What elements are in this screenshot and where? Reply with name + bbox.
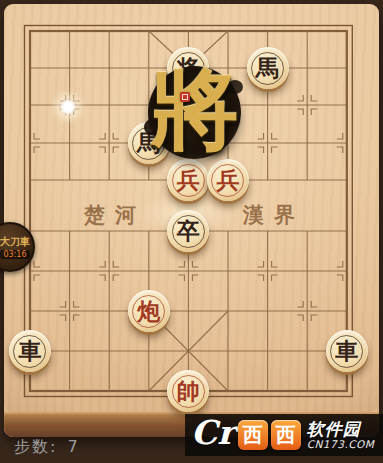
puzzle-badge-timer: 03:16	[0, 250, 29, 259]
piece-black-soldier[interactable]: 卒	[167, 210, 209, 252]
step-counter: 步数:7	[14, 437, 78, 458]
piece-character: 卒	[167, 210, 209, 252]
watermark-tile-2: 西	[271, 420, 301, 450]
watermark-cr-logo: Cr	[191, 416, 235, 449]
piece-black-chariot-right[interactable]: 車	[326, 330, 368, 372]
piece-red-cannon[interactable]: 炮	[128, 290, 170, 332]
piece-character: 帥	[167, 370, 209, 412]
step-counter-label: 步数:	[14, 437, 57, 456]
watermark-domain: CN173.COM	[307, 439, 375, 451]
sparkle-icon	[59, 98, 77, 116]
check-announcement-logo: 將	[147, 65, 242, 160]
watermark-site-name: 软件园	[307, 420, 361, 439]
piece-red-general[interactable]: 帥	[167, 370, 209, 412]
puzzle-badge-title: 大刀車	[0, 235, 30, 249]
step-counter-value: 7	[67, 437, 77, 456]
piece-character: 車	[326, 330, 368, 372]
watermark-tile-1: 西	[238, 420, 268, 450]
watermark: Cr 西 西 软件园 CN173.COM	[185, 414, 383, 456]
check-logo-character: 將	[147, 51, 242, 166]
piece-black-horse-right[interactable]: 馬	[247, 47, 289, 89]
piece-character: 馬	[247, 47, 289, 89]
piece-character: 炮	[128, 290, 170, 332]
piece-character: 車	[9, 330, 51, 372]
piece-black-chariot-left[interactable]: 車	[9, 330, 51, 372]
seal-stamp-icon	[180, 92, 190, 102]
